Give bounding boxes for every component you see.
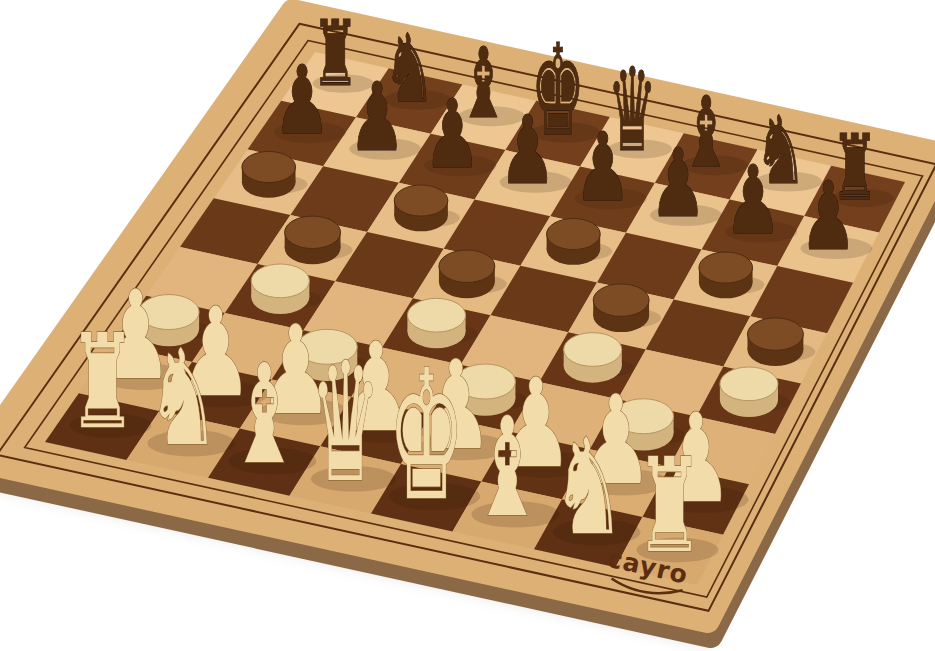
black-pawn-c7[interactable]: ♟ [424, 79, 482, 189]
white-knight-g1[interactable]: ♞ [552, 411, 626, 565]
black-pawn-a7[interactable]: ♟ [273, 46, 331, 156]
white-rook-a1[interactable]: ♜ [68, 305, 136, 457]
dark-checker-f5[interactable] [593, 284, 649, 332]
white-bishop-f1[interactable]: ♝ [471, 388, 545, 548]
black-pawn-e7[interactable]: ♟ [574, 112, 632, 222]
black-pawn-d7[interactable]: ♟ [499, 95, 557, 205]
chess-checkers-board: cayro ♜♞♝♟♚♛♟♝♟♞♟♜♟♟♟♟♟♟♟♜♟♞♟♝♟♛♟♚♟♝♞♜ [0, 0, 935, 651]
dark-checker-a6[interactable] [242, 151, 296, 197]
dark-checker-h5[interactable] [747, 318, 803, 366]
dark-checker-b5[interactable] [285, 216, 341, 264]
white-rook-h1[interactable]: ♜ [636, 430, 704, 582]
dark-checker-c6[interactable] [394, 185, 448, 231]
white-knight-b1[interactable]: ♞ [147, 322, 221, 476]
black-pawn-f7[interactable]: ♟ [649, 128, 707, 238]
dark-checker-g6[interactable] [699, 252, 753, 298]
black-pawn-b7[interactable]: ♟ [348, 62, 406, 172]
black-pawn-g7[interactable]: ♟ [724, 145, 782, 255]
dark-checker-d5[interactable] [439, 250, 495, 298]
white-king-e1[interactable]: ♚ [388, 331, 465, 540]
white-queen-d1[interactable]: ♛ [310, 327, 381, 520]
dark-checker-e6[interactable] [547, 218, 601, 264]
product-photo: cayro ♜♞♝♟♚♛♟♝♟♞♟♜♟♟♟♟♟♟♟♜♟♞♟♝♟♛♟♚♟♝♞♜ [0, 0, 935, 651]
black-pawn-h7[interactable]: ♟ [800, 162, 858, 272]
white-bishop-c1[interactable]: ♝ [228, 335, 302, 495]
